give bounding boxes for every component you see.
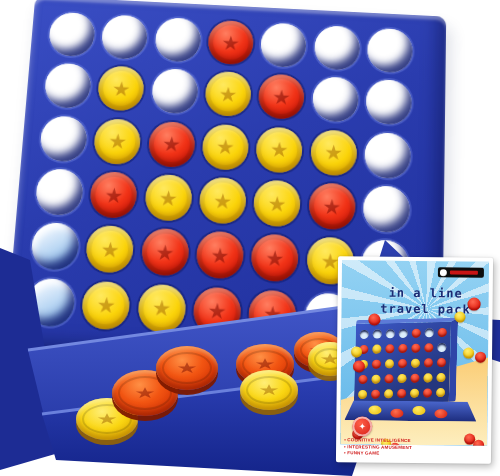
mini-cell-r2-c4 — [397, 341, 409, 355]
yellow-dot — [463, 348, 474, 359]
mini-red-disc — [397, 388, 406, 397]
yellow-disc: ★ — [198, 177, 246, 225]
mini-cell-r3-c5 — [409, 356, 421, 370]
tray-disc-red: ★ — [156, 346, 218, 390]
yellow-disc: ★ — [137, 283, 187, 333]
brand-badge-circle-icon — [440, 269, 447, 276]
empty-slot — [260, 23, 307, 69]
mini-cell-r1-c2 — [371, 326, 383, 340]
mini-red-disc — [436, 357, 445, 366]
mini-cell-r5-c3 — [383, 386, 395, 400]
cell-r6-c3: ★ — [132, 279, 191, 338]
disc-star-icon: ★ — [201, 123, 249, 170]
empty-slot — [364, 132, 411, 180]
mini-yellow-disc — [436, 372, 445, 381]
mini-cell-r1-c1 — [359, 327, 371, 341]
red-disc: ★ — [195, 231, 244, 280]
seal-logo-icon: ✦ — [352, 416, 372, 436]
yellow-disc: ★ — [93, 118, 142, 165]
product-photo-scene: ★★★★★★★★★★★★★★★★★★★★★★★ ★★★★★★★ in a lin… — [0, 0, 500, 476]
mini-red-disc — [411, 328, 420, 337]
mini-cell-r4-c6 — [422, 370, 434, 384]
tray-disc-yellow: ★ — [240, 370, 298, 410]
empty-slot — [39, 115, 88, 162]
mini-yellow-disc — [436, 387, 445, 396]
mini-cell-r4-c3 — [383, 371, 395, 385]
cell-r2-c5: ★ — [254, 70, 310, 125]
red-dot — [473, 440, 484, 446]
disc-star-icon: ★ — [97, 66, 145, 112]
disc-star-icon: ★ — [192, 286, 241, 336]
cell-r5-c2: ★ — [81, 221, 140, 279]
red-dot — [353, 360, 365, 372]
cell-r2-c1 — [39, 59, 96, 114]
disc-star-icon: ★ — [140, 228, 189, 277]
disc-star-icon: ★ — [308, 182, 356, 230]
disc-star-icon: ★ — [256, 126, 304, 173]
box-bullet-line: • FUNNY GAME — [344, 451, 412, 458]
cell-r6-c4: ★ — [188, 282, 246, 341]
cell-r3-c2: ★ — [89, 114, 147, 170]
mini-cell-r2-c7 — [435, 340, 447, 354]
cell-r3-c3: ★ — [143, 116, 200, 172]
mini-cell-r2-c5 — [410, 341, 422, 355]
mini-cell-r2-c6 — [422, 340, 434, 354]
mini-red-disc — [411, 343, 420, 352]
cell-r6-c5: ★ — [244, 285, 302, 344]
cell-r3-c4: ★ — [197, 119, 254, 175]
yellow-disc: ★ — [201, 123, 249, 170]
mini-yellow-disc — [384, 389, 393, 398]
mini-cell-r1-c3 — [384, 326, 396, 340]
mini-tray-disc-yellow — [412, 406, 425, 415]
cell-r1-c2 — [97, 10, 153, 64]
empty-slot — [35, 168, 85, 216]
red-disc: ★ — [89, 171, 138, 219]
cell-r4-c6: ★ — [304, 178, 360, 235]
disc-star-icon: ★ — [93, 118, 142, 165]
mini-yellow-disc — [397, 373, 406, 382]
mini-cell-r3-c3 — [383, 356, 395, 370]
red-disc: ★ — [147, 121, 195, 168]
cell-r3-c7 — [360, 127, 415, 183]
cell-r4-c7 — [358, 181, 414, 238]
mini-cell-r5-c2 — [370, 387, 382, 401]
mini-yellow-disc — [373, 344, 382, 353]
cell-r1-c7 — [363, 24, 417, 78]
brand-badge — [438, 267, 484, 277]
cell-r2-c3 — [146, 64, 203, 119]
mini-empty-slot — [424, 328, 433, 337]
disc-star-icon: ★ — [248, 289, 297, 339]
mini-cell-r1-c7 — [436, 325, 448, 339]
mini-empty-slot — [360, 329, 369, 338]
cell-r5-c4: ★ — [191, 226, 249, 284]
cell-r2-c6 — [307, 72, 362, 127]
mini-red-disc — [372, 359, 381, 368]
mini-red-disc — [385, 344, 394, 353]
disc-star-icon: ★ — [198, 177, 246, 225]
mini-yellow-disc — [423, 373, 432, 382]
mini-cell-r1-c6 — [423, 325, 435, 339]
disc-star-icon: ★ — [137, 283, 187, 333]
mini-cell-r4-c4 — [396, 371, 408, 385]
cell-r2-c4: ★ — [200, 67, 256, 122]
cell-r1-c1 — [44, 8, 101, 62]
disc-star-icon: ★ — [89, 171, 138, 219]
empty-slot — [101, 15, 149, 61]
yellow-disc: ★ — [144, 174, 193, 222]
mini-cell-r5-c1 — [357, 387, 369, 401]
red-disc: ★ — [251, 234, 300, 283]
box-artwork: in a line travel pack ✦ — [340, 260, 489, 446]
red-dot — [368, 314, 380, 326]
cell-r4-c5: ★ — [249, 175, 306, 232]
cell-r4-c2: ★ — [85, 167, 143, 224]
mini-cell-r4-c5 — [409, 371, 421, 385]
mini-cell-r3-c7 — [435, 355, 447, 369]
mini-cell-r3-c2 — [371, 356, 383, 370]
box-bullet-line: • COGNITIVE INTELLIGENCE — [344, 437, 412, 444]
cell-r1-c4: ★ — [203, 16, 259, 70]
empty-slot — [48, 12, 96, 58]
mini-cell-r2-c3 — [384, 341, 396, 355]
empty-slot — [154, 17, 201, 63]
mini-cell-r5-c4 — [395, 386, 407, 400]
mini-cell-r3-c6 — [422, 355, 434, 369]
disc-star-icon: ★ — [81, 280, 131, 330]
cell-r2-c2: ★ — [93, 62, 150, 117]
mini-tray-disc-red — [390, 409, 403, 418]
yellow-disc: ★ — [97, 66, 145, 112]
disc-star-icon: ★ — [195, 231, 244, 280]
empty-slot — [25, 277, 76, 327]
mini-cell-r4-c2 — [370, 371, 382, 385]
empty-slot — [312, 77, 359, 124]
box-feature-bullets: • COGNITIVE INTELLIGENCE• INTERESTING AM… — [344, 437, 412, 458]
disc-star-icon: ★ — [310, 129, 357, 176]
disc-star-icon: ★ — [258, 74, 305, 121]
cell-r5-c1 — [26, 218, 85, 276]
yellow-disc: ★ — [85, 225, 135, 274]
mini-tray-disc-yellow — [368, 406, 381, 415]
mini-yellow-disc — [411, 358, 420, 367]
mini-empty-slot — [437, 342, 446, 351]
box-title-line1: in a line — [366, 284, 486, 301]
cell-r2-c7 — [361, 75, 416, 130]
mini-cell-r1-c4 — [397, 326, 409, 340]
cell-r6-c1 — [21, 273, 81, 332]
cell-r3-c1 — [35, 111, 93, 167]
disc-star-icon: ★ — [207, 20, 254, 66]
mini-red-disc — [398, 358, 407, 367]
red-disc: ★ — [258, 74, 305, 121]
empty-slot — [363, 185, 410, 233]
yellow-disc: ★ — [256, 126, 304, 173]
cell-r5-c3: ★ — [136, 224, 194, 282]
mini-red-disc — [371, 389, 380, 398]
mini-red-disc — [424, 343, 433, 352]
mini-tray-disc-red — [434, 409, 447, 418]
cell-r5-c5: ★ — [246, 229, 303, 287]
mini-red-disc — [385, 374, 394, 383]
mini-empty-slot — [386, 329, 395, 338]
mini-cell-r5-c6 — [421, 385, 433, 399]
disc-star-icon: ★ — [204, 71, 252, 118]
yellow-disc: ★ — [81, 280, 131, 330]
mini-yellow-disc — [358, 389, 367, 398]
red-disc: ★ — [248, 289, 297, 339]
mini-empty-slot — [399, 328, 408, 337]
red-disc: ★ — [140, 228, 189, 277]
red-dot — [468, 298, 481, 311]
mini-board-illustration — [354, 318, 458, 405]
mini-cell-r4-c7 — [434, 370, 446, 384]
travel-pack-box: in a line travel pack ✦ • COGNITIVE INTE… — [336, 256, 493, 464]
cell-r6-c2: ★ — [76, 276, 135, 335]
mini-cell-r5-c7 — [434, 385, 446, 399]
cell-r4-c1 — [30, 164, 89, 221]
yellow-disc: ★ — [204, 71, 252, 118]
disc-star-icon: ★ — [147, 121, 195, 168]
cell-r1-c5 — [256, 18, 311, 72]
mini-red-disc — [398, 343, 407, 352]
empty-slot — [314, 25, 360, 71]
disc-star-icon: ★ — [253, 179, 301, 227]
cell-r3-c6: ★ — [305, 125, 361, 181]
red-dot — [475, 352, 486, 363]
red-disc: ★ — [308, 182, 356, 230]
empty-slot — [30, 222, 80, 271]
brand-badge-text-bar — [450, 270, 478, 275]
empty-slot — [367, 28, 413, 74]
mini-red-disc — [424, 358, 433, 367]
mini-empty-slot — [373, 329, 382, 338]
yellow-disc: ★ — [310, 129, 357, 176]
empty-slot — [151, 68, 199, 114]
empty-slot — [44, 63, 93, 109]
mini-cell-r5-c5 — [408, 386, 420, 400]
mini-cell-r1-c5 — [410, 326, 422, 340]
disc-star-icon: ★ — [144, 174, 193, 222]
mini-red-disc — [423, 388, 432, 397]
cell-r3-c5: ★ — [251, 122, 307, 178]
yellow-dot — [351, 346, 362, 357]
mini-yellow-disc — [410, 388, 419, 397]
yellow-disc: ★ — [253, 179, 301, 227]
disc-star-icon: ★ — [240, 378, 298, 403]
cell-r1-c6 — [309, 21, 364, 75]
disc-star-icon: ★ — [156, 354, 218, 381]
mini-red-disc — [359, 374, 368, 383]
mini-yellow-disc — [385, 359, 394, 368]
disc-star-icon: ★ — [85, 225, 135, 274]
mini-red-disc — [437, 327, 446, 336]
disc-star-icon: ★ — [251, 234, 300, 283]
mini-yellow-disc — [372, 374, 381, 383]
mini-cell-r4-c1 — [357, 372, 369, 386]
mini-red-disc — [410, 373, 419, 382]
empty-slot — [365, 79, 411, 126]
red-disc: ★ — [192, 286, 241, 336]
yellow-dot — [454, 311, 465, 322]
mini-cell-r3-c4 — [396, 356, 408, 370]
cell-r4-c3: ★ — [139, 169, 197, 226]
mini-cell-r2-c2 — [371, 341, 383, 355]
cell-r4-c4: ★ — [194, 172, 251, 229]
cell-r1-c3 — [150, 13, 206, 67]
red-disc: ★ — [207, 20, 254, 66]
